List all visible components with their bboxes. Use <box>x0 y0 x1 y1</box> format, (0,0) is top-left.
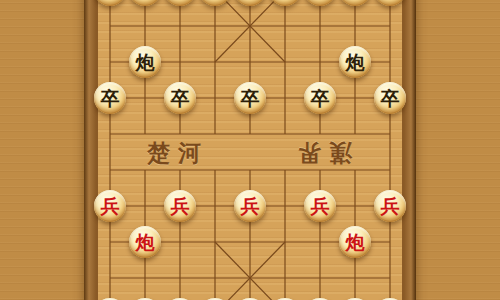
xiangqi-app-screen: 楚河 漢界 車馬象士將士象馬車炮炮卒卒卒卒卒兵兵兵兵兵炮炮車馬相仕帥仕相馬車 <box>0 0 500 300</box>
piece-red-soldier-3[interactable]: 兵 <box>234 190 266 222</box>
piece-black-soldier-1[interactable]: 卒 <box>94 82 126 114</box>
piece-red-soldier-4[interactable]: 兵 <box>304 190 336 222</box>
piece-black-soldier-3[interactable]: 卒 <box>234 82 266 114</box>
piece-black-horse-right[interactable]: 馬 <box>339 0 371 6</box>
piece-red-cannon-right[interactable]: 炮 <box>339 226 371 258</box>
piece-black-chariot-left[interactable]: 車 <box>94 0 126 6</box>
piece-black-elephant-right[interactable]: 象 <box>304 0 336 6</box>
piece-black-chariot-right[interactable]: 車 <box>374 0 406 6</box>
piece-red-soldier-2[interactable]: 兵 <box>164 190 196 222</box>
piece-black-cannon-left[interactable]: 炮 <box>129 46 161 78</box>
piece-red-soldier-5[interactable]: 兵 <box>374 190 406 222</box>
piece-black-cannon-right[interactable]: 炮 <box>339 46 371 78</box>
piece-black-advisor-right[interactable]: 士 <box>269 0 301 6</box>
piece-black-elephant-left[interactable]: 象 <box>164 0 196 6</box>
piece-red-cannon-left[interactable]: 炮 <box>129 226 161 258</box>
piece-black-horse-left[interactable]: 馬 <box>129 0 161 6</box>
piece-black-soldier-2[interactable]: 卒 <box>164 82 196 114</box>
piece-black-soldier-4[interactable]: 卒 <box>304 82 336 114</box>
piece-black-general[interactable]: 將 <box>234 0 266 6</box>
piece-black-advisor-left[interactable]: 士 <box>199 0 231 6</box>
piece-red-soldier-1[interactable]: 兵 <box>94 190 126 222</box>
piece-black-soldier-5[interactable]: 卒 <box>374 82 406 114</box>
pieces-layer: 車馬象士將士象馬車炮炮卒卒卒卒卒兵兵兵兵兵炮炮車馬相仕帥仕相馬車 <box>0 0 500 300</box>
